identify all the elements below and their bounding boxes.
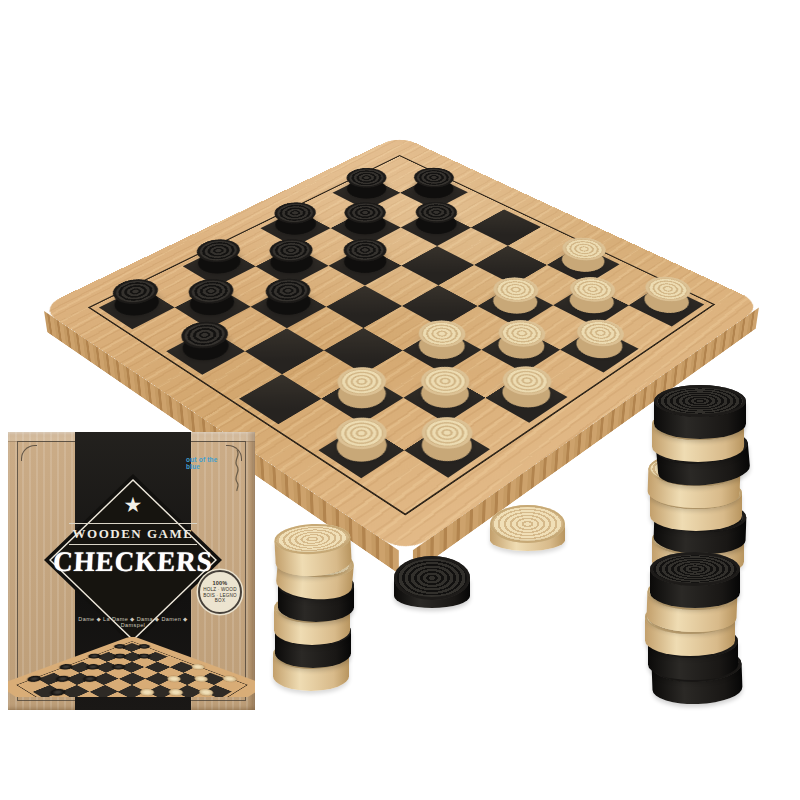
printed-piece <box>136 653 153 660</box>
printed-piece <box>110 663 128 671</box>
printed-piece <box>53 675 72 683</box>
printed-piece <box>189 663 207 671</box>
printed-piece <box>81 675 100 683</box>
material-badge: 100% HOLZ · WOOD BOIS · LEGNO BOX <box>198 570 242 614</box>
star-icon: ★ <box>44 494 222 515</box>
product-photo: out of the blue ★ WOODEN GAME CHECKERS D… <box>0 0 800 800</box>
hanging-ornament-icon <box>232 448 242 492</box>
printed-piece <box>196 688 216 697</box>
loose-checker-black <box>650 552 740 608</box>
printed-piece <box>112 643 128 649</box>
checker-light <box>488 331 553 369</box>
loose-checker-black <box>654 385 746 439</box>
printed-piece <box>84 663 102 671</box>
printed-piece <box>164 675 183 683</box>
printed-piece <box>137 688 157 697</box>
loose-checker-light <box>490 505 565 551</box>
printed-piece <box>166 688 186 697</box>
box-title: CHECKERS <box>43 546 223 579</box>
board-square <box>166 329 245 375</box>
brand-logo: out of the blue <box>186 456 232 470</box>
printed-piece <box>220 675 239 683</box>
product-box: out of the blue ★ WOODEN GAME CHECKERS D… <box>8 432 255 710</box>
loose-checker-light <box>274 522 353 578</box>
printed-mini-board <box>8 636 255 697</box>
box-series-label: WOODEN GAME <box>69 523 198 545</box>
printed-piece <box>86 653 103 660</box>
printed-piece <box>48 688 68 697</box>
loose-checker-black <box>394 556 470 608</box>
box-printed-board-image <box>8 617 255 697</box>
